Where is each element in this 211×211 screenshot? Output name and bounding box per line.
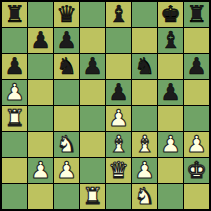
square-g2[interactable] — [158, 158, 183, 183]
square-h4[interactable] — [184, 106, 209, 131]
white-king-piece[interactable]: ♚ — [186, 158, 207, 183]
square-f1[interactable]: ♞ — [132, 184, 157, 209]
square-d4[interactable] — [80, 106, 105, 131]
black-knight-piece[interactable]: ♞ — [134, 54, 155, 79]
square-b7[interactable]: ♟ — [28, 28, 53, 53]
square-d6[interactable]: ♟ — [80, 54, 105, 79]
black-bishop-piece[interactable]: ♝ — [160, 28, 181, 53]
square-c8[interactable]: ♛ — [54, 2, 79, 27]
square-e2[interactable]: ♛ — [106, 158, 131, 183]
square-b6[interactable] — [28, 54, 53, 79]
square-a6[interactable]: ♟ — [2, 54, 27, 79]
square-c1[interactable] — [54, 184, 79, 209]
white-queen-piece[interactable]: ♛ — [108, 158, 129, 183]
white-pawn-piece[interactable]: ♟ — [134, 158, 155, 183]
square-e6[interactable] — [106, 54, 131, 79]
square-g5[interactable]: ♟ — [158, 80, 183, 105]
square-d1[interactable]: ♜ — [80, 184, 105, 209]
square-h1[interactable] — [184, 184, 209, 209]
white-pawn-piece[interactable]: ♟ — [4, 80, 25, 105]
white-pawn-piece[interactable]: ♟ — [160, 132, 181, 157]
square-f3[interactable]: ♝ — [132, 132, 157, 157]
white-pawn-piece[interactable]: ♟ — [56, 158, 77, 183]
square-c3[interactable]: ♞ — [54, 132, 79, 157]
square-c5[interactable] — [54, 80, 79, 105]
square-e5[interactable]: ♟ — [106, 80, 131, 105]
black-king-piece[interactable]: ♚ — [160, 2, 181, 27]
black-rook-piece[interactable]: ♜ — [4, 2, 25, 27]
square-h7[interactable] — [184, 28, 209, 53]
square-a2[interactable] — [2, 158, 27, 183]
square-f4[interactable] — [132, 106, 157, 131]
black-pawn-piece[interactable]: ♟ — [108, 80, 129, 105]
square-c4[interactable] — [54, 106, 79, 131]
square-e8[interactable]: ♝ — [106, 2, 131, 27]
square-c7[interactable]: ♟ — [54, 28, 79, 53]
square-f2[interactable]: ♟ — [132, 158, 157, 183]
square-g6[interactable] — [158, 54, 183, 79]
square-f5[interactable] — [132, 80, 157, 105]
square-b5[interactable] — [28, 80, 53, 105]
black-pawn-piece[interactable]: ♟ — [186, 54, 207, 79]
square-d8[interactable] — [80, 2, 105, 27]
black-knight-piece[interactable]: ♞ — [56, 54, 77, 79]
square-c6[interactable]: ♞ — [54, 54, 79, 79]
square-f8[interactable] — [132, 2, 157, 27]
black-bishop-piece[interactable]: ♝ — [108, 2, 129, 27]
white-bishop-piece[interactable]: ♝ — [134, 132, 155, 157]
square-h8[interactable]: ♜ — [184, 2, 209, 27]
square-h3[interactable]: ♟ — [184, 132, 209, 157]
white-rook-piece[interactable]: ♜ — [4, 106, 25, 131]
square-h2[interactable]: ♚ — [184, 158, 209, 183]
square-b2[interactable]: ♟ — [28, 158, 53, 183]
white-knight-piece[interactable]: ♞ — [134, 184, 155, 209]
black-pawn-piece[interactable]: ♟ — [30, 28, 51, 53]
white-pawn-piece[interactable]: ♟ — [186, 132, 207, 157]
square-b8[interactable] — [28, 2, 53, 27]
square-g1[interactable] — [158, 184, 183, 209]
black-rook-piece[interactable]: ♜ — [186, 2, 207, 27]
square-g7[interactable]: ♝ — [158, 28, 183, 53]
square-e7[interactable] — [106, 28, 131, 53]
square-h5[interactable] — [184, 80, 209, 105]
square-e1[interactable] — [106, 184, 131, 209]
square-a1[interactable] — [2, 184, 27, 209]
square-a7[interactable] — [2, 28, 27, 53]
square-f7[interactable] — [132, 28, 157, 53]
square-a8[interactable]: ♜ — [2, 2, 27, 27]
black-pawn-piece[interactable]: ♟ — [160, 80, 181, 105]
black-pawn-piece[interactable]: ♟ — [4, 54, 25, 79]
square-e3[interactable]: ♝ — [106, 132, 131, 157]
white-knight-piece[interactable]: ♞ — [56, 132, 77, 157]
square-g8[interactable]: ♚ — [158, 2, 183, 27]
square-d3[interactable] — [80, 132, 105, 157]
square-d2[interactable] — [80, 158, 105, 183]
square-a5[interactable]: ♟ — [2, 80, 27, 105]
square-g3[interactable]: ♟ — [158, 132, 183, 157]
white-rook-piece[interactable]: ♜ — [82, 184, 103, 209]
white-pawn-piece[interactable]: ♟ — [30, 158, 51, 183]
square-d5[interactable] — [80, 80, 105, 105]
square-f6[interactable]: ♞ — [132, 54, 157, 79]
square-e4[interactable]: ♟ — [106, 106, 131, 131]
square-a4[interactable]: ♜ — [2, 106, 27, 131]
black-queen-piece[interactable]: ♛ — [56, 2, 77, 27]
square-c2[interactable]: ♟ — [54, 158, 79, 183]
black-pawn-piece[interactable]: ♟ — [82, 54, 103, 79]
black-pawn-piece[interactable]: ♟ — [56, 28, 77, 53]
white-pawn-piece[interactable]: ♟ — [108, 106, 129, 131]
square-a3[interactable] — [2, 132, 27, 157]
chess-board-frame: ♜♛♝♚♜♟♟♝♟♞♟♞♟♟♟♟♜♟♞♝♝♟♟♟♟♛♟♚♜♞ — [0, 0, 211, 211]
square-g4[interactable] — [158, 106, 183, 131]
chess-board: ♜♛♝♚♜♟♟♝♟♞♟♞♟♟♟♟♜♟♞♝♝♟♟♟♟♛♟♚♜♞ — [2, 2, 209, 209]
square-h6[interactable]: ♟ — [184, 54, 209, 79]
square-b1[interactable] — [28, 184, 53, 209]
square-b3[interactable] — [28, 132, 53, 157]
white-bishop-piece[interactable]: ♝ — [108, 132, 129, 157]
square-b4[interactable] — [28, 106, 53, 131]
square-d7[interactable] — [80, 28, 105, 53]
